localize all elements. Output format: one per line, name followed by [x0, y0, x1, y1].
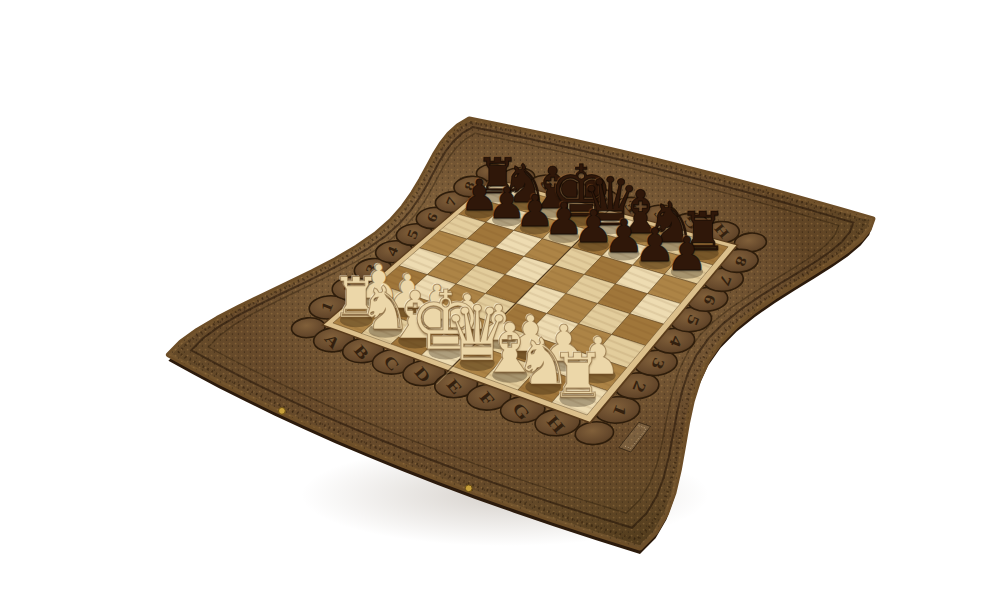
piece-shadow [578, 238, 609, 252]
piece-shadow [510, 197, 539, 210]
piece-shadow [492, 213, 522, 226]
piece-shadow [340, 313, 373, 327]
board-graphic: AABBCCDDEEFFGGHH1122334455667788 [0, 0, 1000, 600]
piece-shadow [391, 303, 424, 317]
piece-shadow [687, 246, 719, 260]
piece-shadow [398, 334, 432, 349]
piece-shadow [671, 265, 703, 279]
piece-shadow [566, 213, 596, 226]
piece-shadow [369, 323, 402, 338]
piece-shadow [513, 345, 548, 360]
piece-shadow [420, 313, 453, 328]
piece-shadow [559, 391, 595, 407]
piece-shadow [625, 229, 656, 243]
piece-shadow [429, 345, 463, 360]
product-photo-stage: AABBCCDDEEFFGGHH1122334455667788 ♜♞♟♝♟♚♟… [0, 0, 1000, 600]
piece-shadow [549, 230, 580, 243]
piece-shadow [363, 293, 395, 307]
piece-shadow [460, 356, 495, 371]
piece-shadow [595, 221, 625, 234]
piece-shadow [608, 247, 639, 261]
brass-clasp [465, 485, 472, 492]
piece-shadow [520, 221, 550, 234]
piece-shadow [538, 205, 568, 218]
piece-shadow [492, 367, 527, 383]
brass-clasp [279, 408, 286, 415]
piece-shadow [482, 334, 516, 349]
piece-shadow [656, 238, 687, 252]
piece-shadow [465, 205, 494, 218]
piece-shadow [451, 323, 485, 338]
piece-shadow [546, 356, 581, 371]
piece-shadow [483, 190, 512, 203]
piece-shadow [639, 256, 671, 270]
piece-shadow [580, 368, 616, 384]
piece-shadow [525, 379, 561, 395]
